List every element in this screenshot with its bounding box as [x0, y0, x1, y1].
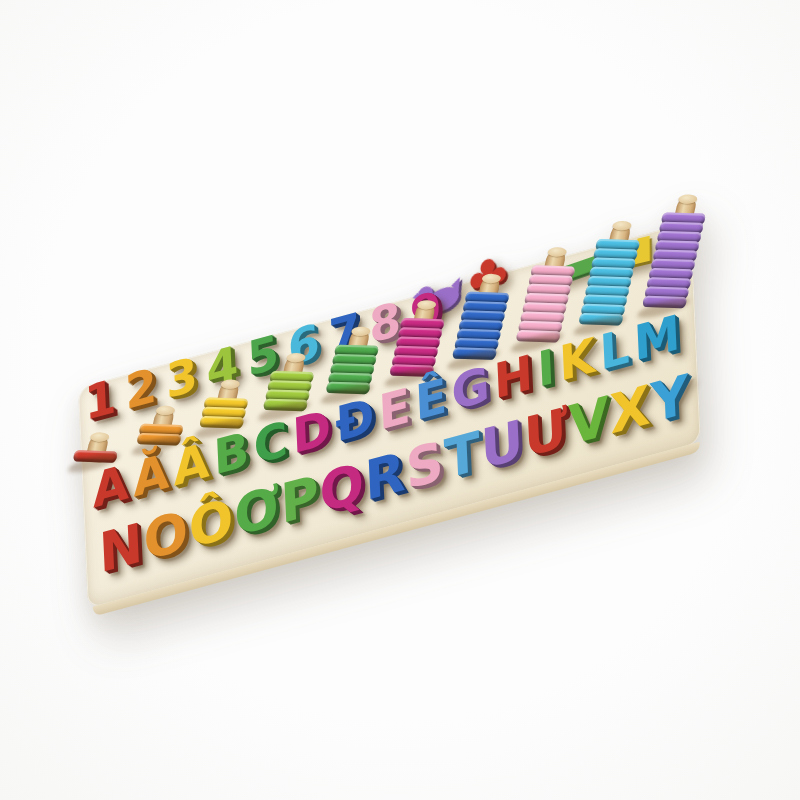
peg-top	[350, 326, 371, 336]
peg-top	[546, 247, 567, 257]
letter-piece-X: X	[609, 378, 652, 443]
letter-piece-K: K	[558, 330, 596, 388]
letter-piece-G: G	[450, 359, 490, 417]
peg-top	[416, 300, 437, 310]
letter-piece-U: U	[480, 412, 525, 477]
letter-piece-Â: Â	[172, 435, 210, 492]
peg-top	[612, 221, 633, 231]
product-photo-scene: 123456789 AĂÂBCDĐEÊGHIKLM NOÔƠPQRSTUƯVXY	[0, 0, 800, 800]
letter-piece-I: I	[536, 341, 555, 393]
puzzle-board: 123456789 AĂÂBCDĐEÊGHIKLM NOÔƠPQRSTUƯVXY	[78, 222, 701, 609]
letter-piece-Ă: Ă	[132, 446, 170, 503]
letter-piece-A: A	[91, 457, 129, 514]
letter-piece-P: P	[279, 468, 320, 532]
letter-piece-Ô: Ô	[188, 491, 235, 557]
letter-piece-S: S	[405, 434, 445, 498]
letter-piece-Q: Q	[319, 456, 366, 522]
letter-piece-Ê: Ê	[414, 371, 448, 427]
letter-piece-O: O	[143, 503, 190, 569]
peg-top	[285, 353, 306, 363]
letter-piece-M: M	[633, 307, 681, 367]
letter-piece-Ư: Ư	[523, 400, 569, 466]
peg-top	[220, 379, 241, 389]
letter-piece-V: V	[567, 389, 610, 454]
board-shadow-wrap: 123456789 AĂÂBCDĐEÊGHIKLM NOÔƠPQRSTUƯVXY	[0, 0, 800, 800]
letter-piece-L: L	[599, 321, 631, 377]
letter-piece-B: B	[213, 424, 250, 481]
letter-piece-R: R	[364, 445, 407, 510]
letter-piece-Ơ: Ơ	[233, 479, 281, 545]
number-piece-3: 3	[165, 350, 197, 405]
letter-piece-E: E	[378, 381, 412, 437]
peg-top	[677, 194, 698, 204]
letter-piece-H: H	[493, 347, 534, 405]
letter-piece-C: C	[253, 414, 289, 471]
peg-top	[89, 432, 110, 442]
peg-top	[155, 406, 176, 416]
letter-piece-N: N	[98, 516, 144, 582]
letter-piece-Đ: Đ	[334, 390, 375, 448]
number-piece-1: 1	[84, 372, 116, 427]
letter-piece-Y: Y	[650, 368, 690, 432]
letter-piece-D: D	[291, 402, 332, 460]
peg-top	[481, 274, 502, 284]
letter-piece-T: T	[443, 424, 481, 487]
